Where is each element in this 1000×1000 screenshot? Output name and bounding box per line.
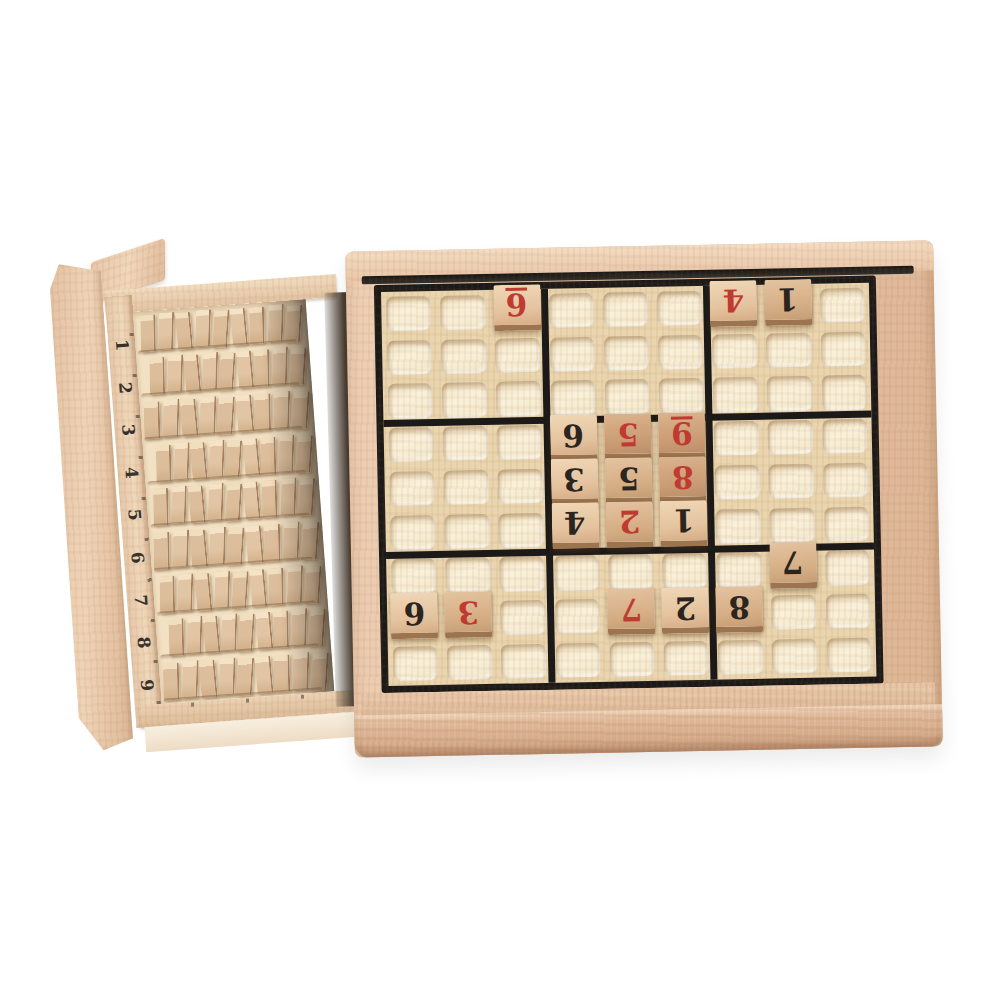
number-tile-6: 6 [550,414,598,461]
spare-tile [183,355,201,393]
tile-digit: 8 [672,461,694,492]
tile-digit: 6 [562,419,584,450]
spare-tile [169,619,184,657]
spare-tile [267,304,283,342]
spare-tile [280,478,296,516]
spare-tile [217,397,235,435]
number-tile-1: 1 [660,500,708,547]
spare-tile [153,488,169,526]
tile-digit: 1 [777,284,799,315]
spare-tile [283,521,300,559]
spare-tile [235,395,254,433]
spare-tile [209,527,226,565]
tile-digit: 4 [564,507,586,538]
number-tile-6: 6 [390,593,438,640]
spare-tile [243,482,262,520]
spare-tile [274,654,290,692]
spare-tile [285,304,303,342]
drawer-tile-tray [133,299,334,704]
spare-tile [304,566,322,604]
spare-tile [261,437,276,475]
spare-tile [230,307,249,345]
spare-tile [212,310,230,348]
spare-tile [207,483,223,521]
number-tile-5: 5 [604,413,652,460]
spare-tile [300,522,318,560]
spare-tile [268,567,284,605]
spare-tile [188,486,207,524]
spare-tile [254,349,269,387]
spare-tile [249,569,268,607]
spare-tile [194,573,213,611]
spare-tile [179,399,198,437]
spare-tile [244,525,263,563]
tile-digit: 7 [620,593,642,624]
spare-tile [158,312,174,350]
spare-tile [242,438,260,476]
spare-tile [163,663,179,701]
number-tile-2: 2 [661,587,709,634]
spare-tile [173,442,189,480]
spare-tile [214,570,230,608]
spare-tile [225,484,243,522]
tile-drawer: 123456789 [44,238,372,763]
spare-tile [264,524,280,562]
tile-digit: 9 [671,417,693,448]
spare-tile [156,444,171,482]
tile-digit: 3 [457,596,479,627]
number-tile-6: 6 [493,284,541,331]
tile-digit: 6 [403,597,425,628]
tile-digit: 5 [617,462,639,493]
product-photo-wooden-sudoku: 123456789 641659358421763728 [0,0,1000,1000]
spare-tile [172,530,189,568]
spare-tile [255,393,271,431]
number-tile-3: 3 [550,458,598,505]
spare-tile [186,616,202,654]
tile-digit: 2 [674,592,696,623]
spare-tile [177,573,193,611]
spare-tile [149,357,164,395]
spare-tile [262,480,278,518]
number-tile-7: 7 [607,588,655,635]
spare-tile [162,399,179,437]
spare-tile [208,439,224,477]
spare-tile [144,401,160,439]
sudoku-grid: 641659358421763728 [374,276,884,694]
spare-tile [231,571,249,609]
spare-tile [292,652,309,690]
tile-digit: 7 [782,546,804,577]
spare-tile [273,391,290,429]
spare-tile [238,614,255,652]
tile-digit: 2 [618,506,640,537]
number-tile-7: 7 [769,542,817,589]
spare-tile [278,434,294,472]
spare-tile [199,396,216,434]
tile-digit: 4 [723,285,745,316]
spare-tile [181,660,198,698]
tile-digit: 6 [506,289,528,320]
spare-tile [175,311,194,349]
spare-tile [219,353,236,391]
spare-tile [295,435,312,473]
spare-tile [218,658,235,696]
spare-tile [221,614,237,652]
spare-tile [291,608,307,646]
tile-digit: 3 [563,463,585,494]
spare-tile [297,478,315,516]
tile-digit: 5 [617,418,639,449]
board-tiles-layer: 641659358421763728 [381,283,876,686]
spare-tile [190,442,208,480]
sudoku-board: 641659358421763728 [345,240,943,757]
spare-tile [202,352,218,390]
number-tile-3: 3 [445,592,493,639]
spare-tile [289,348,306,386]
spare-tile [159,575,175,613]
number-tile-5: 5 [605,457,653,504]
spare-tile [236,658,254,696]
spare-tile [226,527,244,565]
number-tile-4: 4 [551,502,599,549]
number-tile-4: 4 [710,280,758,327]
spare-tile [167,355,183,393]
spare-tile [254,656,273,694]
number-tile-2: 2 [606,501,654,548]
tile-digit: 1 [673,505,695,536]
tile-digit: 8 [728,591,750,622]
spare-tile [225,440,242,478]
spare-tile [202,616,220,654]
spare-tile [274,611,289,649]
spare-tile [199,660,218,698]
spare-tile [171,486,187,524]
number-tile-8: 8 [659,456,707,503]
spare-tile [153,532,169,570]
spare-tile [286,565,302,603]
spare-tile [308,609,325,647]
spare-tile [272,347,288,385]
spare-tile [189,529,208,567]
spare-tile [310,653,328,691]
spare-tile [195,309,211,347]
spare-tile [236,351,254,389]
spare-tile [255,612,273,650]
spare-tile [140,314,156,352]
spare-tile [291,391,309,429]
spare-tile [249,306,265,344]
number-tile-9: 9 [658,412,706,459]
number-tile-8: 8 [716,586,764,633]
number-tile-1: 1 [764,279,812,326]
